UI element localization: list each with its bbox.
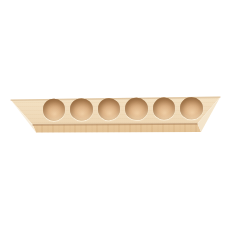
mancala-board xyxy=(8,94,224,136)
pit-cell xyxy=(149,97,177,119)
pit-2[interactable] xyxy=(69,99,92,121)
pit-cell xyxy=(39,99,67,121)
pit-cell xyxy=(122,98,150,120)
pit-grid xyxy=(39,97,204,121)
pit-5[interactable] xyxy=(152,98,175,120)
pit-1[interactable] xyxy=(42,99,65,121)
pit-cell xyxy=(67,98,95,120)
pit-6[interactable] xyxy=(179,97,202,119)
pit-cell xyxy=(177,97,205,119)
pit-4[interactable] xyxy=(124,98,147,120)
pit-3[interactable] xyxy=(97,98,120,120)
photo-background xyxy=(0,0,240,240)
pit-cell xyxy=(94,98,122,120)
